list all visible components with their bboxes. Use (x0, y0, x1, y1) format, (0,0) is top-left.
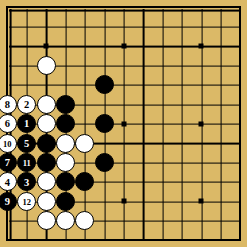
intersection-2-11[interactable]: 12 (17, 192, 36, 211)
intersection-13-6[interactable] (230, 95, 247, 114)
intersection-1-4[interactable] (0, 56, 17, 75)
intersection-11-2[interactable] (192, 17, 211, 36)
black-stone (56, 172, 75, 191)
intersection-7-9[interactable] (114, 153, 133, 172)
intersection-8-4[interactable] (133, 56, 152, 75)
intersection-7-1[interactable] (114, 0, 133, 17)
intersection-3-1[interactable] (36, 0, 55, 17)
intersection-11-12[interactable] (192, 211, 211, 230)
intersection-3-6[interactable] (36, 95, 55, 114)
intersection-4-7[interactable] (56, 114, 75, 133)
stone-move-number: 9 (5, 196, 10, 207)
intersection-7-10[interactable] (114, 172, 133, 191)
intersection-11-5[interactable] (192, 75, 211, 94)
intersection-3-3[interactable] (36, 36, 55, 55)
intersection-2-10[interactable]: 3 (17, 172, 36, 191)
intersection-13-2[interactable] (230, 17, 247, 36)
intersection-12-10[interactable] (211, 172, 230, 191)
intersection-13-7[interactable] (230, 114, 247, 133)
intersection-7-5[interactable] (114, 75, 133, 94)
intersection-12-3[interactable] (211, 36, 230, 55)
intersection-4-4[interactable] (56, 56, 75, 75)
intersection-2-6[interactable]: 2 (17, 95, 36, 114)
white-stone (37, 192, 56, 211)
white-stone (37, 56, 56, 75)
intersection-13-5[interactable] (230, 75, 247, 94)
intersection-8-12[interactable] (133, 211, 152, 230)
white-stone (56, 211, 75, 230)
intersection-7-8[interactable] (114, 133, 133, 152)
intersection-3-7[interactable] (36, 114, 55, 133)
black-stone (56, 114, 75, 133)
intersection-13-10[interactable] (230, 172, 247, 191)
intersection-13-13[interactable] (230, 230, 247, 247)
intersection-10-13[interactable] (172, 230, 191, 247)
intersection-10-10[interactable] (172, 172, 191, 191)
intersection-6-5[interactable] (95, 75, 114, 94)
white-stone: 12 (17, 192, 36, 211)
intersection-5-10[interactable] (75, 172, 94, 191)
intersection-3-9[interactable] (36, 153, 55, 172)
intersection-11-10[interactable] (192, 172, 211, 191)
intersection-7-6[interactable] (114, 95, 133, 114)
intersection-1-10[interactable]: 4 (0, 172, 17, 191)
intersection-13-4[interactable] (230, 56, 247, 75)
intersection-6-9[interactable] (95, 153, 114, 172)
intersection-3-10[interactable] (36, 172, 55, 191)
intersection-5-12[interactable] (75, 211, 94, 230)
intersection-4-5[interactable] (56, 75, 75, 94)
intersection-11-3[interactable] (192, 36, 211, 55)
intersection-12-8[interactable] (211, 133, 230, 152)
intersection-3-12[interactable] (36, 211, 55, 230)
intersection-5-7[interactable] (75, 114, 94, 133)
black-stone: 9 (0, 192, 17, 211)
intersection-1-5[interactable] (0, 75, 17, 94)
intersection-11-7[interactable] (192, 114, 211, 133)
intersection-6-12[interactable] (95, 211, 114, 230)
intersection-8-6[interactable] (133, 95, 152, 114)
intersection-8-13[interactable] (133, 230, 152, 247)
intersection-13-8[interactable] (230, 133, 247, 152)
black-stone (56, 192, 75, 211)
intersection-6-6[interactable] (95, 95, 114, 114)
intersection-7-4[interactable] (114, 56, 133, 75)
black-stone (95, 153, 114, 172)
intersection-9-8[interactable] (153, 133, 172, 152)
intersection-13-1[interactable] (230, 0, 247, 17)
stone-move-number: 4 (5, 177, 10, 188)
intersection-6-8[interactable] (95, 133, 114, 152)
black-stone: 7 (0, 153, 17, 172)
intersection-1-2[interactable] (0, 17, 17, 36)
intersection-5-1[interactable] (75, 0, 94, 17)
intersection-12-12[interactable] (211, 211, 230, 230)
intersection-11-6[interactable] (192, 95, 211, 114)
white-stone (75, 134, 94, 153)
intersection-6-1[interactable] (95, 0, 114, 17)
intersection-12-9[interactable] (211, 153, 230, 172)
white-stone: 10 (0, 134, 17, 153)
intersection-2-3[interactable] (17, 36, 36, 55)
intersection-2-7[interactable]: 1 (17, 114, 36, 133)
intersection-8-8[interactable] (133, 133, 152, 152)
intersection-9-6[interactable] (153, 95, 172, 114)
black-stone: 11 (17, 153, 36, 172)
intersection-12-7[interactable] (211, 114, 230, 133)
intersection-7-2[interactable] (114, 17, 133, 36)
intersection-3-5[interactable] (36, 75, 55, 94)
stone-move-number: 5 (24, 138, 29, 149)
intersection-5-3[interactable] (75, 36, 94, 55)
intersection-9-2[interactable] (153, 17, 172, 36)
intersection-2-9[interactable]: 11 (17, 153, 36, 172)
intersection-10-1[interactable] (172, 0, 191, 17)
intersection-13-11[interactable] (230, 192, 247, 211)
intersection-1-8[interactable]: 10 (0, 133, 17, 152)
intersection-5-8[interactable] (75, 133, 94, 152)
intersection-9-10[interactable] (153, 172, 172, 191)
intersection-10-12[interactable] (172, 211, 191, 230)
intersection-10-8[interactable] (172, 133, 191, 152)
stone-move-number: 10 (3, 139, 12, 148)
intersection-5-4[interactable] (75, 56, 94, 75)
intersection-8-11[interactable] (133, 192, 152, 211)
intersection-6-3[interactable] (95, 36, 114, 55)
intersection-3-4[interactable] (36, 56, 55, 75)
intersection-11-11[interactable] (192, 192, 211, 211)
black-stone (56, 95, 75, 114)
intersection-12-2[interactable] (211, 17, 230, 36)
intersection-1-11[interactable]: 9 (0, 192, 17, 211)
intersection-13-3[interactable] (230, 36, 247, 55)
intersection-4-9[interactable] (56, 153, 75, 172)
intersection-2-2[interactable] (17, 17, 36, 36)
intersection-8-9[interactable] (133, 153, 152, 172)
intersection-2-8[interactable]: 5 (17, 133, 36, 152)
black-stone (37, 134, 56, 153)
intersection-9-7[interactable] (153, 114, 172, 133)
intersection-12-5[interactable] (211, 75, 230, 94)
intersection-6-11[interactable] (95, 192, 114, 211)
intersection-4-2[interactable] (56, 17, 75, 36)
black-stone: 3 (17, 172, 36, 191)
intersection-2-5[interactable] (17, 75, 36, 94)
stone-move-number: 1 (24, 119, 29, 130)
intersection-4-3[interactable] (56, 36, 75, 55)
intersection-1-6[interactable]: 8 (0, 95, 17, 114)
intersection-13-9[interactable] (230, 153, 247, 172)
white-stone (37, 95, 56, 114)
black-stone (95, 75, 114, 94)
intersection-7-12[interactable] (114, 211, 133, 230)
intersection-2-13[interactable] (17, 230, 36, 247)
intersection-10-2[interactable] (172, 17, 191, 36)
intersection-12-13[interactable] (211, 230, 230, 247)
intersection-13-12[interactable] (230, 211, 247, 230)
intersection-2-12[interactable] (17, 211, 36, 230)
intersection-2-1[interactable] (17, 0, 36, 17)
intersection-1-7[interactable]: 6 (0, 114, 17, 133)
intersection-9-3[interactable] (153, 36, 172, 55)
stone-move-number: 8 (5, 100, 10, 111)
white-stone: 6 (0, 114, 17, 133)
intersection-11-13[interactable] (192, 230, 211, 247)
intersection-8-5[interactable] (133, 75, 152, 94)
intersection-6-7[interactable] (95, 114, 114, 133)
intersection-5-9[interactable] (75, 153, 94, 172)
white-stone (37, 114, 56, 133)
intersection-8-1[interactable] (133, 0, 152, 17)
intersection-12-1[interactable] (211, 0, 230, 17)
intersection-9-11[interactable] (153, 192, 172, 211)
intersection-5-5[interactable] (75, 75, 94, 94)
intersection-9-1[interactable] (153, 0, 172, 17)
intersection-8-3[interactable] (133, 36, 152, 55)
intersection-7-3[interactable] (114, 36, 133, 55)
intersection-11-9[interactable] (192, 153, 211, 172)
intersection-1-9[interactable]: 7 (0, 153, 17, 172)
intersection-1-13[interactable] (0, 230, 17, 247)
intersection-6-13[interactable] (95, 230, 114, 247)
stone-move-number: 7 (5, 158, 10, 169)
intersection-4-13[interactable] (56, 230, 75, 247)
intersection-4-6[interactable] (56, 95, 75, 114)
intersection-2-4[interactable] (17, 56, 36, 75)
white-stone: 4 (0, 172, 17, 191)
intersection-8-7[interactable] (133, 114, 152, 133)
intersection-10-3[interactable] (172, 36, 191, 55)
intersection-9-12[interactable] (153, 211, 172, 230)
intersection-10-11[interactable] (172, 192, 191, 211)
black-stone (75, 172, 94, 191)
intersection-6-2[interactable] (95, 17, 114, 36)
intersection-5-13[interactable] (75, 230, 94, 247)
white-stone (75, 211, 94, 230)
intersection-11-1[interactable] (192, 0, 211, 17)
intersection-8-10[interactable] (133, 172, 152, 191)
intersection-7-13[interactable] (114, 230, 133, 247)
intersection-1-1[interactable] (0, 0, 17, 17)
stone-move-number: 6 (5, 119, 10, 130)
intersection-4-11[interactable] (56, 192, 75, 211)
intersection-12-4[interactable] (211, 56, 230, 75)
board-intersections: 826110571143912 (0, 0, 247, 247)
white-stone: 2 (17, 95, 36, 114)
intersection-7-7[interactable] (114, 114, 133, 133)
white-stone (37, 211, 56, 230)
intersection-10-6[interactable] (172, 95, 191, 114)
intersection-3-2[interactable] (36, 17, 55, 36)
intersection-12-6[interactable] (211, 95, 230, 114)
intersection-10-5[interactable] (172, 75, 191, 94)
intersection-6-4[interactable] (95, 56, 114, 75)
intersection-6-10[interactable] (95, 172, 114, 191)
intersection-5-6[interactable] (75, 95, 94, 114)
go-board-diagram: 826110571143912 (0, 0, 247, 247)
intersection-12-11[interactable] (211, 192, 230, 211)
intersection-1-3[interactable] (0, 36, 17, 55)
intersection-1-12[interactable] (0, 211, 17, 230)
intersection-7-11[interactable] (114, 192, 133, 211)
white-stone (37, 172, 56, 191)
intersection-5-11[interactable] (75, 192, 94, 211)
intersection-9-13[interactable] (153, 230, 172, 247)
black-stone: 5 (17, 134, 36, 153)
intersection-11-4[interactable] (192, 56, 211, 75)
intersection-9-5[interactable] (153, 75, 172, 94)
intersection-9-9[interactable] (153, 153, 172, 172)
intersection-4-8[interactable] (56, 133, 75, 152)
black-stone (37, 153, 56, 172)
white-stone (56, 134, 75, 153)
intersection-10-9[interactable] (172, 153, 191, 172)
intersection-4-12[interactable] (56, 211, 75, 230)
stone-move-number: 11 (23, 159, 31, 168)
intersection-9-4[interactable] (153, 56, 172, 75)
intersection-4-10[interactable] (56, 172, 75, 191)
intersection-3-13[interactable] (36, 230, 55, 247)
intersection-8-2[interactable] (133, 17, 152, 36)
white-stone (56, 153, 75, 172)
intersection-10-4[interactable] (172, 56, 191, 75)
stone-move-number: 3 (24, 177, 29, 188)
intersection-11-8[interactable] (192, 133, 211, 152)
stone-move-number: 2 (24, 100, 29, 111)
intersection-4-1[interactable] (56, 0, 75, 17)
white-stone: 8 (0, 95, 17, 114)
stone-move-number: 12 (22, 197, 31, 206)
intersection-3-8[interactable] (36, 133, 55, 152)
intersection-10-7[interactable] (172, 114, 191, 133)
black-stone: 1 (17, 114, 36, 133)
intersection-5-2[interactable] (75, 17, 94, 36)
intersection-3-11[interactable] (36, 192, 55, 211)
black-stone (95, 114, 114, 133)
